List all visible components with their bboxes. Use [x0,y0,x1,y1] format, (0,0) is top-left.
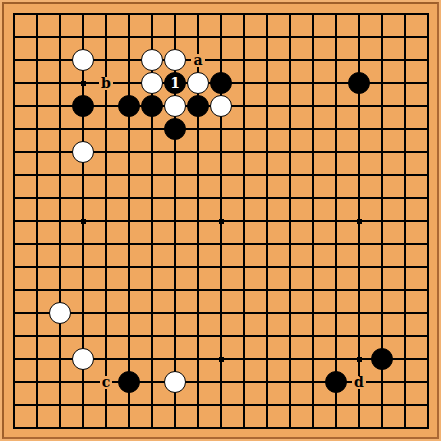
point-k16 [210,72,233,95]
point-r4 [371,348,394,371]
point-h3 [164,371,187,394]
point-h14 [164,118,187,141]
stone-white-c6 [49,302,71,324]
stone-white-h17 [164,49,186,71]
stone-black-j15 [187,95,209,117]
stone-white-j16 [187,72,209,94]
stone-black-h16: 1 [164,72,186,94]
point-f3 [118,371,141,394]
stone-black-p3 [325,371,347,393]
label-d-q3: d [348,371,371,394]
point-d13 [72,141,95,164]
point-j15 [187,95,210,118]
point-c6 [49,302,72,325]
point-d17 [72,49,95,72]
point-h16: 1 [164,72,187,95]
point-label-text: c [100,376,113,389]
stone-black-d15 [72,95,94,117]
stone-black-q16 [348,72,370,94]
point-f15 [118,95,141,118]
stone-black-k16 [210,72,232,94]
stone-black-f15 [118,95,140,117]
point-d15 [72,95,95,118]
point-p3 [325,371,348,394]
point-j16 [187,72,210,95]
board-grid: 1abcd [3,3,440,440]
stone-white-d17 [72,49,94,71]
stone-white-d13 [72,141,94,163]
point-g15 [141,95,164,118]
stone-black-f3 [118,371,140,393]
point-g16 [141,72,164,95]
go-board: 1abcd [2,2,439,439]
stone-white-g17 [141,49,163,71]
stone-black-r4 [371,348,393,370]
label-c-e3: c [95,371,118,394]
move-number-1: 1 [170,76,180,90]
stone-white-k15 [210,95,232,117]
stone-white-h15 [164,95,186,117]
go-board-frame: 1abcd [0,0,441,441]
label-b-e16: b [95,72,118,95]
label-a-j17: a [187,49,210,72]
point-label-text: d [352,376,366,389]
stone-black-g15 [141,95,163,117]
stone-white-h3 [164,371,186,393]
point-label-text: a [191,54,204,67]
stone-black-h14 [164,118,186,140]
point-k15 [210,95,233,118]
point-g17 [141,49,164,72]
point-d4 [72,348,95,371]
stone-white-g16 [141,72,163,94]
point-h15 [164,95,187,118]
point-h17 [164,49,187,72]
point-label-text: b [99,77,113,90]
stone-white-d4 [72,348,94,370]
point-q16 [348,72,371,95]
